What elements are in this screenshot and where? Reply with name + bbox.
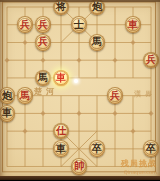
piece-glyph: 車 (56, 143, 66, 153)
piece-black-horse[interactable]: 馬 (35, 70, 52, 87)
piece-glyph: 炮 (92, 1, 102, 11)
piece-glyph: 兵 (146, 55, 156, 65)
piece-red-soldier[interactable]: 兵 (35, 34, 52, 51)
piece-glyph: 炮 (2, 90, 12, 100)
piece-black-soldier[interactable]: 卒 (89, 140, 106, 157)
piece-glyph: 馬 (38, 72, 48, 82)
piece-glyph: 馬 (20, 90, 30, 100)
piece-black-chariot[interactable]: 車 (53, 140, 70, 157)
piece-black-cannon[interactable]: 炮 (89, 0, 106, 15)
piece-glyph: 車 (2, 108, 12, 118)
piece-red-chariot[interactable]: 車 (125, 16, 142, 33)
move-indicator-dot (74, 79, 78, 83)
piece-black-soldier[interactable]: 卒 (143, 140, 160, 157)
piece-glyph: 兵 (110, 90, 120, 100)
piece-glyph: 士 (74, 19, 84, 29)
piece-glyph: 兵 (38, 37, 48, 47)
piece-glyph: 兵 (38, 19, 48, 29)
piece-red-soldier[interactable]: 兵 (143, 52, 160, 69)
xiangqi-board: 楚河 漢界 将炮兵兵士車兵馬兵馬車炮馬兵車仕車卒卒帥 残局挑战 Qinaqun.… (0, 0, 160, 180)
piece-glyph: 帥 (74, 161, 84, 171)
piece-red-soldier[interactable]: 兵 (35, 16, 52, 33)
piece-layer: 将炮兵兵士車兵馬兵馬車炮馬兵車仕車卒卒帥 (0, 0, 160, 175)
piece-black-general[interactable]: 将 (53, 0, 70, 15)
piece-black-horse[interactable]: 馬 (89, 34, 106, 51)
piece-red-chariot[interactable]: 車 (53, 70, 70, 87)
piece-red-general[interactable]: 帥 (71, 158, 88, 175)
piece-black-cannon[interactable]: 炮 (0, 87, 15, 104)
piece-glyph: 仕 (56, 126, 66, 136)
piece-glyph: 馬 (92, 37, 102, 47)
piece-red-horse[interactable]: 馬 (17, 87, 34, 104)
piece-glyph: 将 (56, 1, 66, 11)
piece-black-advisor[interactable]: 士 (71, 16, 88, 33)
piece-glyph: 車 (128, 19, 138, 29)
piece-glyph: 兵 (20, 19, 30, 29)
bottom-edge (0, 176, 160, 181)
piece-red-advisor[interactable]: 仕 (53, 123, 70, 140)
piece-red-soldier[interactable]: 兵 (107, 87, 124, 104)
piece-glyph: 車 (56, 72, 66, 82)
piece-black-chariot[interactable]: 車 (0, 105, 15, 122)
piece-glyph: 卒 (146, 143, 156, 153)
piece-glyph: 卒 (92, 143, 102, 153)
piece-red-soldier[interactable]: 兵 (17, 16, 34, 33)
